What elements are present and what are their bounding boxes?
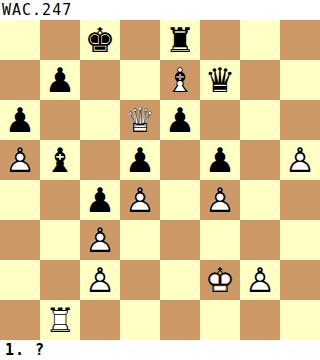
square-c3[interactable]: ♟♙ bbox=[80, 220, 120, 260]
piece-black-pawn: ♟ bbox=[80, 180, 120, 220]
square-e8[interactable]: ♜ bbox=[160, 20, 200, 60]
square-h5[interactable]: ♟♙ bbox=[280, 140, 320, 180]
square-h3[interactable] bbox=[280, 220, 320, 260]
square-g7[interactable] bbox=[240, 60, 280, 100]
square-g1[interactable] bbox=[240, 300, 280, 340]
piece-black-rook: ♜ bbox=[160, 20, 200, 60]
square-d5[interactable]: ♟ bbox=[120, 140, 160, 180]
square-g2[interactable]: ♟♙ bbox=[240, 260, 280, 300]
square-e4[interactable] bbox=[160, 180, 200, 220]
square-a4[interactable] bbox=[0, 180, 40, 220]
square-h2[interactable] bbox=[280, 260, 320, 300]
square-c7[interactable] bbox=[80, 60, 120, 100]
piece-black-pawn: ♟ bbox=[40, 60, 80, 100]
square-e6[interactable]: ♟ bbox=[160, 100, 200, 140]
square-a1[interactable] bbox=[0, 300, 40, 340]
square-g4[interactable] bbox=[240, 180, 280, 220]
chess-diagram-page: WAC.247 ♚♜♟♝♗♛♟♛♕♟♟♙♝♟♟♟♙♟♟♙♟♙♟♙♟♙♚♔♟♙♜♖… bbox=[0, 0, 320, 360]
square-c4[interactable]: ♟ bbox=[80, 180, 120, 220]
square-e1[interactable] bbox=[160, 300, 200, 340]
square-a5[interactable]: ♟♙ bbox=[0, 140, 40, 180]
square-b6[interactable] bbox=[40, 100, 80, 140]
square-g8[interactable] bbox=[240, 20, 280, 60]
piece-black-queen: ♛ bbox=[200, 60, 240, 100]
square-d1[interactable] bbox=[120, 300, 160, 340]
square-h8[interactable] bbox=[280, 20, 320, 60]
piece-white-bishop: ♝♗ bbox=[160, 60, 200, 100]
square-c8[interactable]: ♚ bbox=[80, 20, 120, 60]
move-prompt: 1. ? bbox=[5, 340, 45, 360]
square-b8[interactable] bbox=[40, 20, 80, 60]
piece-white-king: ♚♔ bbox=[200, 260, 240, 300]
square-f2[interactable]: ♚♔ bbox=[200, 260, 240, 300]
piece-white-pawn: ♟♙ bbox=[120, 180, 160, 220]
piece-white-pawn: ♟♙ bbox=[80, 260, 120, 300]
square-a2[interactable] bbox=[0, 260, 40, 300]
square-f3[interactable] bbox=[200, 220, 240, 260]
square-g3[interactable] bbox=[240, 220, 280, 260]
square-d8[interactable] bbox=[120, 20, 160, 60]
piece-white-queen: ♛♕ bbox=[120, 100, 160, 140]
square-b5[interactable]: ♝ bbox=[40, 140, 80, 180]
piece-black-bishop: ♝ bbox=[40, 140, 80, 180]
piece-white-pawn: ♟♙ bbox=[0, 140, 40, 180]
square-c6[interactable] bbox=[80, 100, 120, 140]
square-d6[interactable]: ♛♕ bbox=[120, 100, 160, 140]
square-f4[interactable]: ♟♙ bbox=[200, 180, 240, 220]
square-b4[interactable] bbox=[40, 180, 80, 220]
piece-black-king: ♚ bbox=[80, 20, 120, 60]
piece-black-pawn: ♟ bbox=[200, 140, 240, 180]
square-g5[interactable] bbox=[240, 140, 280, 180]
square-a7[interactable] bbox=[0, 60, 40, 100]
square-a3[interactable] bbox=[0, 220, 40, 260]
square-c5[interactable] bbox=[80, 140, 120, 180]
square-b2[interactable] bbox=[40, 260, 80, 300]
square-g6[interactable] bbox=[240, 100, 280, 140]
square-f5[interactable]: ♟ bbox=[200, 140, 240, 180]
square-b7[interactable]: ♟ bbox=[40, 60, 80, 100]
square-f6[interactable] bbox=[200, 100, 240, 140]
square-d7[interactable] bbox=[120, 60, 160, 100]
square-a8[interactable] bbox=[0, 20, 40, 60]
square-c2[interactable]: ♟♙ bbox=[80, 260, 120, 300]
square-f7[interactable]: ♛ bbox=[200, 60, 240, 100]
chess-board: ♚♜♟♝♗♛♟♛♕♟♟♙♝♟♟♟♙♟♟♙♟♙♟♙♟♙♚♔♟♙♜♖ bbox=[0, 20, 320, 340]
square-d4[interactable]: ♟♙ bbox=[120, 180, 160, 220]
piece-black-pawn: ♟ bbox=[160, 100, 200, 140]
square-h4[interactable] bbox=[280, 180, 320, 220]
square-h1[interactable] bbox=[280, 300, 320, 340]
piece-white-pawn: ♟♙ bbox=[80, 220, 120, 260]
square-d3[interactable] bbox=[120, 220, 160, 260]
piece-white-rook: ♜♖ bbox=[40, 300, 80, 340]
square-e2[interactable] bbox=[160, 260, 200, 300]
square-f8[interactable] bbox=[200, 20, 240, 60]
square-b3[interactable] bbox=[40, 220, 80, 260]
square-b1[interactable]: ♜♖ bbox=[40, 300, 80, 340]
piece-black-pawn: ♟ bbox=[120, 140, 160, 180]
square-c1[interactable] bbox=[80, 300, 120, 340]
diagram-title: WAC.247 bbox=[2, 0, 72, 20]
piece-white-pawn: ♟♙ bbox=[200, 180, 240, 220]
square-h7[interactable] bbox=[280, 60, 320, 100]
piece-white-pawn: ♟♙ bbox=[280, 140, 320, 180]
square-h6[interactable] bbox=[280, 100, 320, 140]
piece-black-pawn: ♟ bbox=[0, 100, 40, 140]
square-e7[interactable]: ♝♗ bbox=[160, 60, 200, 100]
square-a6[interactable]: ♟ bbox=[0, 100, 40, 140]
square-d2[interactable] bbox=[120, 260, 160, 300]
square-e3[interactable] bbox=[160, 220, 200, 260]
square-f1[interactable] bbox=[200, 300, 240, 340]
square-e5[interactable] bbox=[160, 140, 200, 180]
piece-white-pawn: ♟♙ bbox=[240, 260, 280, 300]
